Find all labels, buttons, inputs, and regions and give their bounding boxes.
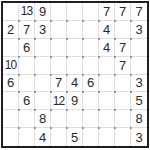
cell-r3c8[interactable]: 7	[115, 39, 131, 57]
clue-text: 3	[39, 23, 46, 36]
clue-text: 7	[103, 5, 110, 18]
clue-text: 6	[87, 76, 94, 89]
clue-text: 4	[103, 41, 110, 54]
cell-r7c1[interactable]	[3, 110, 19, 128]
cell-r5c4[interactable]: 7	[51, 75, 67, 93]
cell-r1c8[interactable]: 7	[115, 3, 131, 21]
cell-r8c2[interactable]	[19, 128, 35, 146]
cell-r4c9[interactable]	[131, 57, 147, 75]
cell-r5c1[interactable]: 6	[3, 75, 19, 93]
cell-r7c7[interactable]	[99, 110, 115, 128]
cell-r7c8[interactable]	[115, 110, 131, 128]
cell-r2c4[interactable]	[51, 21, 67, 39]
clue-text: 5	[135, 94, 142, 107]
cell-r8c1[interactable]	[3, 128, 19, 146]
cell-r1c4[interactable]	[51, 3, 67, 21]
cell-r3c2[interactable]: 6	[19, 39, 35, 57]
cell-r8c5[interactable]: 5	[67, 128, 83, 146]
clue-text: 3	[135, 76, 142, 89]
cell-r1c1[interactable]	[3, 3, 19, 21]
cell-r6c3[interactable]	[35, 92, 51, 110]
clue-text: 4	[103, 23, 110, 36]
cell-r3c5[interactable]	[67, 39, 83, 57]
cell-r8c3[interactable]: 4	[35, 128, 51, 146]
cell-r5c8[interactable]	[115, 75, 131, 93]
clue-text: 3	[135, 23, 142, 36]
cell-r8c4[interactable]	[51, 128, 67, 146]
cell-r8c8[interactable]	[115, 128, 131, 146]
cell-r4c3[interactable]	[35, 57, 51, 75]
clue-text: 6	[7, 76, 14, 89]
clue-text: 4	[39, 131, 46, 144]
clue-text: 7	[119, 5, 126, 18]
cell-r7c6[interactable]	[83, 110, 99, 128]
cell-r5c2[interactable]	[19, 75, 35, 93]
cell-r1c9[interactable]: 7	[131, 3, 147, 21]
cell-r4c8[interactable]: 7	[115, 57, 131, 75]
cell-r5c7[interactable]	[99, 75, 115, 93]
clue-text: 12	[53, 95, 65, 107]
cell-r2c3[interactable]: 3	[35, 21, 51, 39]
cell-r8c9[interactable]: 3	[131, 128, 147, 146]
cell-r2c8[interactable]	[115, 21, 131, 39]
puzzle-board: 13977727343647107674636129588453	[1, 1, 149, 148]
cell-r2c5[interactable]	[67, 21, 83, 39]
cell-r4c4[interactable]	[51, 57, 67, 75]
cell-r6c7[interactable]	[99, 92, 115, 110]
cell-r8c6[interactable]	[83, 128, 99, 146]
cell-r6c1[interactable]	[3, 92, 19, 110]
clue-text: 6	[23, 41, 30, 54]
cell-r4c6[interactable]	[83, 57, 99, 75]
cell-r7c2[interactable]	[19, 110, 35, 128]
cell-r2c9[interactable]: 3	[131, 21, 147, 39]
cell-r6c5[interactable]: 9	[67, 92, 83, 110]
cell-r2c6[interactable]	[83, 21, 99, 39]
cell-r2c7[interactable]: 4	[99, 21, 115, 39]
clue-text: 7	[23, 23, 30, 36]
cell-r6c4[interactable]: 12	[51, 92, 67, 110]
cell-r7c4[interactable]	[51, 110, 67, 128]
cell-r5c6[interactable]: 6	[83, 75, 99, 93]
cell-r6c6[interactable]	[83, 92, 99, 110]
cell-r3c6[interactable]	[83, 39, 99, 57]
clue-text: 9	[39, 5, 46, 18]
cell-r8c7[interactable]	[99, 128, 115, 146]
cell-r1c7[interactable]: 7	[99, 3, 115, 21]
cell-r7c9[interactable]: 8	[131, 110, 147, 128]
cell-r3c1[interactable]	[3, 39, 19, 57]
cell-r5c3[interactable]	[35, 75, 51, 93]
cell-r3c9[interactable]	[131, 39, 147, 57]
cell-r6c8[interactable]	[115, 92, 131, 110]
cell-r5c5[interactable]: 4	[67, 75, 83, 93]
cell-r4c7[interactable]	[99, 57, 115, 75]
cell-r4c2[interactable]	[19, 57, 35, 75]
clue-text: 9	[71, 94, 78, 107]
clue-text: 7	[119, 59, 126, 72]
clue-text: 6	[23, 94, 30, 107]
clue-text: 8	[39, 112, 46, 125]
cell-r7c5[interactable]	[67, 110, 83, 128]
cell-r6c2[interactable]: 6	[19, 92, 35, 110]
cell-r3c3[interactable]	[35, 39, 51, 57]
clue-text: 13	[21, 5, 33, 17]
cell-r4c5[interactable]	[67, 57, 83, 75]
clue-text: 4	[71, 76, 78, 89]
clue-text: 8	[135, 112, 142, 125]
clue-text: 2	[7, 23, 14, 36]
clue-text: 10	[5, 59, 17, 71]
cell-r5c9[interactable]: 3	[131, 75, 147, 93]
cell-r1c6[interactable]	[83, 3, 99, 21]
clue-text: 5	[71, 131, 78, 144]
clue-text: 7	[119, 41, 126, 54]
cell-r1c3[interactable]: 9	[35, 3, 51, 21]
cell-r6c9[interactable]: 5	[131, 92, 147, 110]
clue-text: 7	[135, 5, 142, 18]
cell-r7c3[interactable]: 8	[35, 110, 51, 128]
cell-r4c1[interactable]: 10	[3, 57, 19, 75]
cell-r2c2[interactable]: 7	[19, 21, 35, 39]
clue-text: 3	[135, 131, 142, 144]
cell-r3c7[interactable]: 4	[99, 39, 115, 57]
cell-r2c1[interactable]: 2	[3, 21, 19, 39]
clue-text: 7	[55, 76, 62, 89]
cell-r1c5[interactable]	[67, 3, 83, 21]
cell-r1c2[interactable]: 13	[19, 3, 35, 21]
cell-r3c4[interactable]	[51, 39, 67, 57]
